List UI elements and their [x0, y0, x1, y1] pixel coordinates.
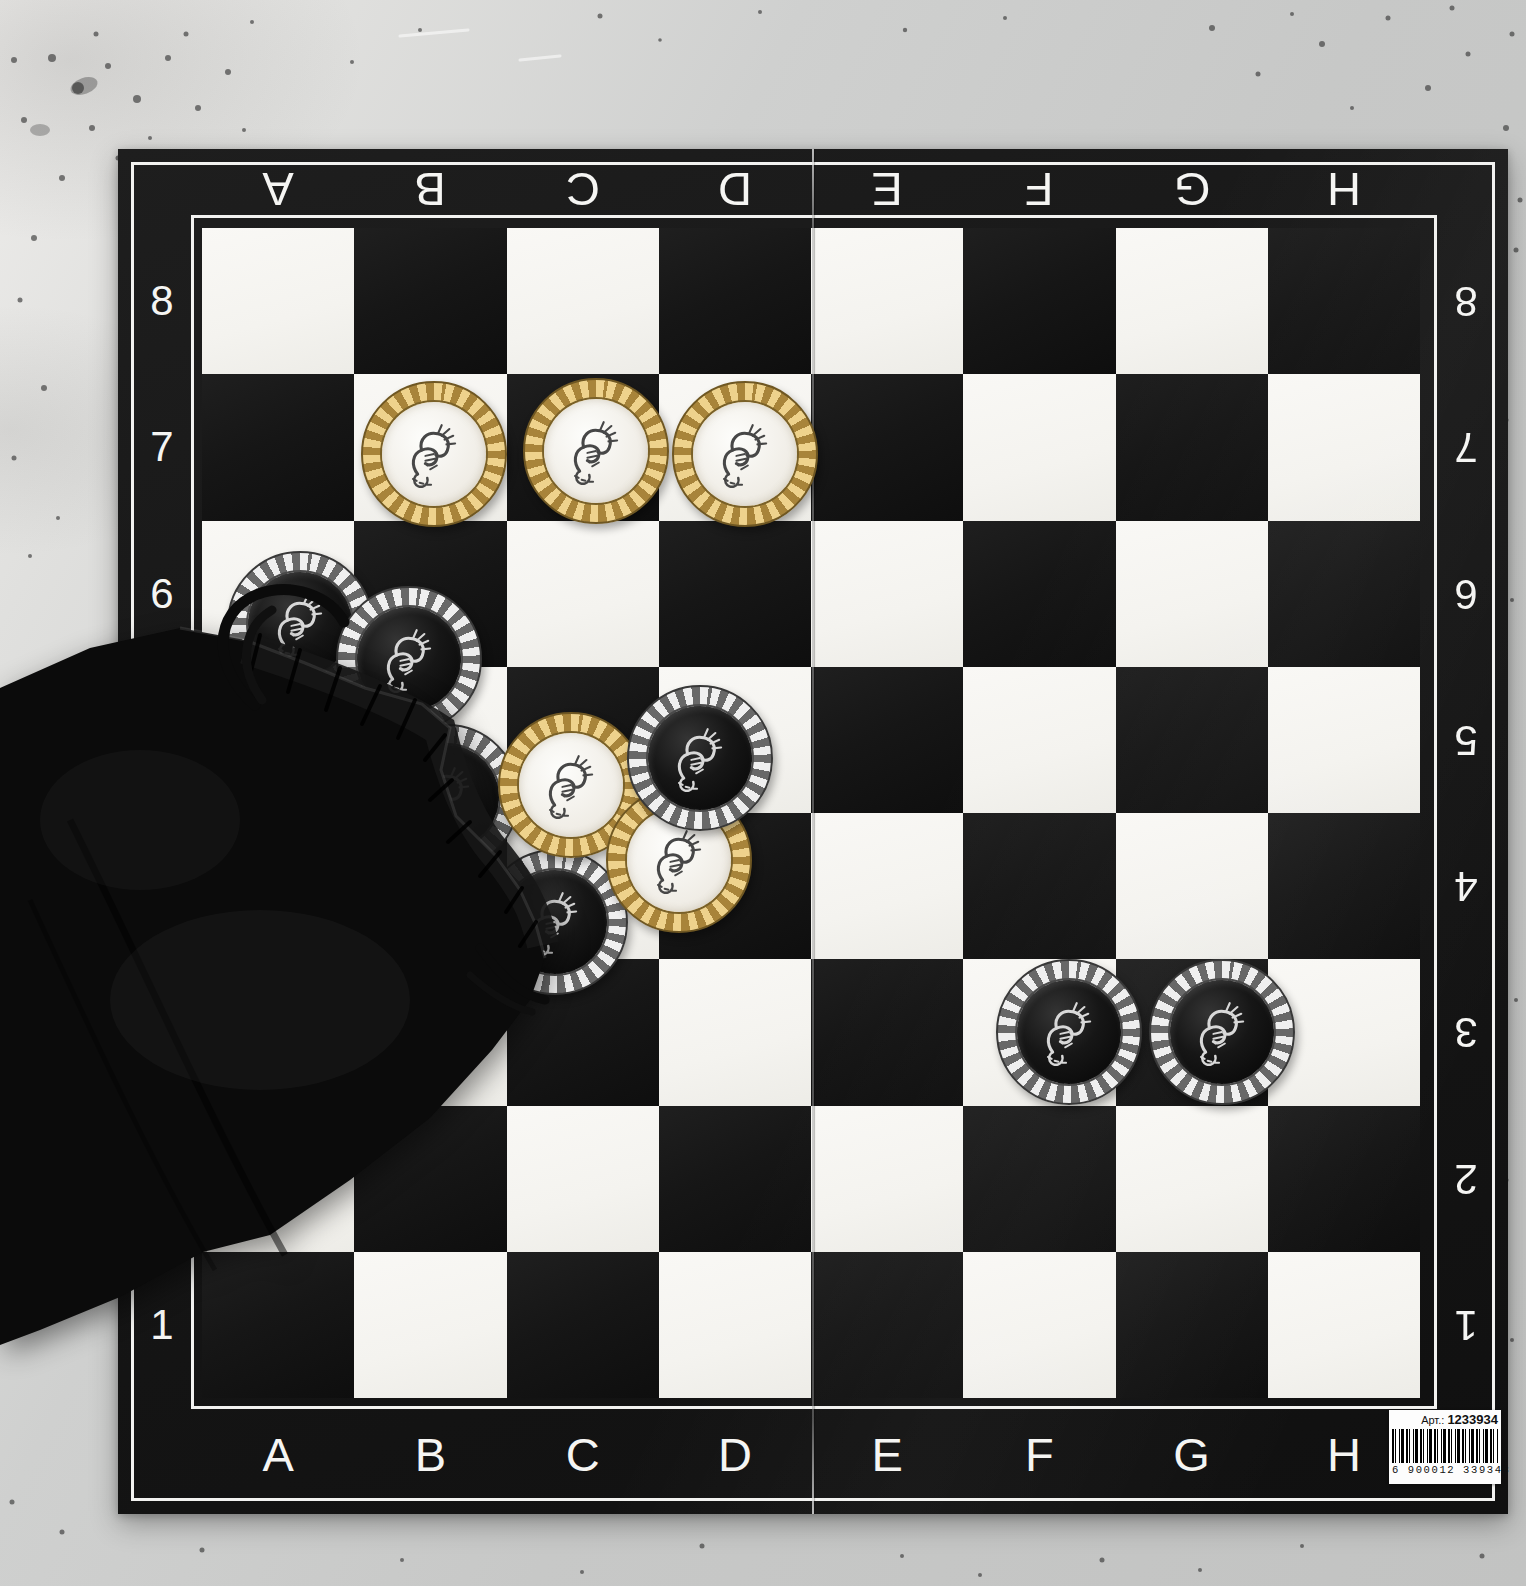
square-a7 — [202, 374, 354, 520]
square-b6 — [354, 521, 506, 667]
square-f4 — [963, 813, 1115, 959]
square-c3 — [507, 959, 659, 1105]
square-d3 — [659, 959, 811, 1105]
file-label: B — [354, 1429, 506, 1481]
rank-label: 8 — [136, 228, 188, 374]
file-label: E — [811, 1429, 963, 1481]
rank-label: 2 — [1440, 1106, 1492, 1252]
rank-label: 4 — [1440, 813, 1492, 959]
rank-label: 1 — [1440, 1252, 1492, 1398]
square-h2 — [1268, 1106, 1420, 1252]
square-e8 — [811, 228, 963, 374]
rank-label: 5 — [136, 667, 188, 813]
square-f1 — [963, 1252, 1115, 1398]
square-d2 — [659, 1106, 811, 1252]
square-h5 — [1268, 667, 1420, 813]
rank-label: 6 — [136, 521, 188, 667]
square-f7 — [963, 374, 1115, 520]
fold-seam — [812, 149, 814, 1514]
square-c2 — [507, 1106, 659, 1252]
rank-label: 6 — [1440, 521, 1492, 667]
file-label: D — [659, 163, 811, 215]
square-d6 — [659, 521, 811, 667]
square-a6 — [202, 521, 354, 667]
square-a3 — [202, 959, 354, 1105]
square-a5 — [202, 667, 354, 813]
square-e3 — [811, 959, 963, 1105]
rank-labels-left: 87654321 — [136, 228, 188, 1398]
file-labels-bottom: ABCDEFGH — [202, 1429, 1420, 1481]
barcode-sticker: Арт.: 1233934 6 900012 339348 — [1389, 1410, 1501, 1484]
square-d5 — [659, 667, 811, 813]
square-d8 — [659, 228, 811, 374]
square-g7 — [1116, 374, 1268, 520]
barcode-digits: 6 900012 339348 — [1392, 1464, 1498, 1476]
rank-label: 5 — [1440, 667, 1492, 813]
rank-label: 2 — [136, 1106, 188, 1252]
square-b7 — [354, 374, 506, 520]
square-f5 — [963, 667, 1115, 813]
square-b1 — [354, 1252, 506, 1398]
square-h7 — [1268, 374, 1420, 520]
square-a8 — [202, 228, 354, 374]
file-label: H — [1268, 163, 1420, 215]
square-e2 — [811, 1106, 963, 1252]
square-h1 — [1268, 1252, 1420, 1398]
square-c5 — [507, 667, 659, 813]
rank-label: 3 — [136, 959, 188, 1105]
article-number: Арт.: 1233934 — [1392, 1412, 1498, 1427]
square-g4 — [1116, 813, 1268, 959]
square-d1 — [659, 1252, 811, 1398]
file-label: C — [507, 163, 659, 215]
file-label: A — [202, 1429, 354, 1481]
square-h4 — [1268, 813, 1420, 959]
square-c8 — [507, 228, 659, 374]
square-g8 — [1116, 228, 1268, 374]
file-label: C — [507, 1429, 659, 1481]
square-a1 — [202, 1252, 354, 1398]
square-g3 — [1116, 959, 1268, 1105]
file-label: E — [811, 163, 963, 215]
square-g2 — [1116, 1106, 1268, 1252]
file-label: A — [202, 163, 354, 215]
square-g1 — [1116, 1252, 1268, 1398]
square-b2 — [354, 1106, 506, 1252]
square-c6 — [507, 521, 659, 667]
square-b5 — [354, 667, 506, 813]
checkers-board: ABCDEFGH ABCDEFGH 87654321 87654321 — [118, 149, 1508, 1514]
rank-label: 3 — [1440, 959, 1492, 1105]
rank-label: 7 — [136, 374, 188, 520]
square-g5 — [1116, 667, 1268, 813]
square-h6 — [1268, 521, 1420, 667]
square-e5 — [811, 667, 963, 813]
rank-label: 1 — [136, 1252, 188, 1398]
barcode — [1392, 1429, 1498, 1463]
square-c1 — [507, 1252, 659, 1398]
square-f6 — [963, 521, 1115, 667]
file-label: F — [963, 1429, 1115, 1481]
square-c7 — [507, 374, 659, 520]
square-d4 — [659, 813, 811, 959]
square-b3 — [354, 959, 506, 1105]
file-labels-top: ABCDEFGH — [202, 163, 1420, 215]
square-h8 — [1268, 228, 1420, 374]
square-b8 — [354, 228, 506, 374]
file-label: B — [354, 163, 506, 215]
square-e6 — [811, 521, 963, 667]
file-label: F — [963, 163, 1115, 215]
square-f3 — [963, 959, 1115, 1105]
rank-label: 7 — [1440, 374, 1492, 520]
photo-scene: ABCDEFGH ABCDEFGH 87654321 87654321 Арт.… — [0, 0, 1526, 1586]
square-e7 — [811, 374, 963, 520]
square-f8 — [963, 228, 1115, 374]
square-f2 — [963, 1106, 1115, 1252]
square-d7 — [659, 374, 811, 520]
square-c4 — [507, 813, 659, 959]
square-h3 — [1268, 959, 1420, 1105]
rank-labels-right: 87654321 — [1440, 228, 1492, 1398]
square-a2 — [202, 1106, 354, 1252]
file-label: G — [1116, 163, 1268, 215]
square-b4 — [354, 813, 506, 959]
play-area — [202, 228, 1420, 1398]
square-g6 — [1116, 521, 1268, 667]
square-e1 — [811, 1252, 963, 1398]
square-e4 — [811, 813, 963, 959]
file-label: D — [659, 1429, 811, 1481]
square-a4 — [202, 813, 354, 959]
file-label: G — [1116, 1429, 1268, 1481]
rank-label: 8 — [1440, 228, 1492, 374]
rank-label: 4 — [136, 813, 188, 959]
